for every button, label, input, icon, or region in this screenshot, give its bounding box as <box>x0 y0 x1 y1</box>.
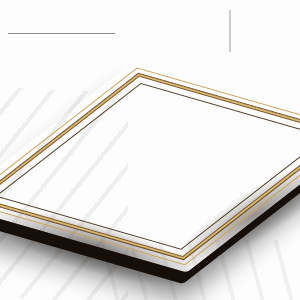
pieces-layer <box>0 0 300 300</box>
chess-set-photo <box>0 0 300 300</box>
